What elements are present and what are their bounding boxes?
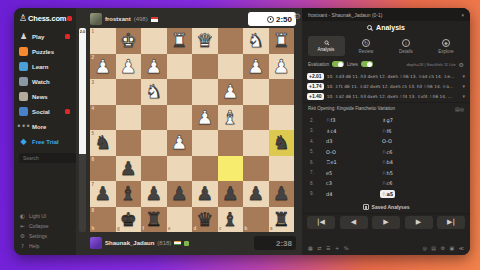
square-b4[interactable]: [243, 105, 269, 131]
square-c1[interactable]: [218, 28, 244, 54]
square-c7[interactable]: ♟: [218, 181, 244, 207]
square-e8[interactable]: e: [167, 207, 193, 233]
square-e7[interactable]: ♟: [167, 181, 193, 207]
move-row-7: 7.e5♘h5: [302, 168, 470, 179]
square-e5[interactable]: ♟: [167, 130, 193, 156]
panel-settings-icon[interactable]: ⚙: [441, 245, 445, 251]
square-b7[interactable]: ♟: [243, 181, 269, 207]
white-pawn-h2[interactable]: ♟: [90, 54, 116, 80]
sidebar-item-learn[interactable]: Learn: [19, 59, 72, 74]
search-input[interactable]: [19, 153, 77, 163]
square-f1[interactable]: [141, 28, 167, 54]
square-e4[interactable]: [167, 105, 193, 131]
sidebar-item-news[interactable]: News: [19, 89, 72, 104]
rank-label: 4: [92, 106, 95, 111]
sidebar: ♙ Chess.com ♟PlayPuzzlesLearnWatchNewsSo…: [14, 8, 76, 255]
square-d6[interactable]: [192, 156, 218, 182]
logo-text: Chess.com: [28, 14, 66, 23]
square-f4[interactable]: [141, 105, 167, 131]
eval-chart-icon[interactable]: ▦: [308, 245, 313, 251]
details-icon: i: [402, 39, 410, 47]
white-move[interactable]: ♖e1: [324, 159, 380, 165]
engine-line-3[interactable]: +1.4010. ♗a2 d6 11. h3 dxe5 12. dxe5 ♘f4…: [307, 91, 465, 101]
square-h4[interactable]: 4: [90, 105, 116, 131]
square-b2[interactable]: ♟: [243, 54, 269, 80]
settings-icon: ⚙: [19, 233, 26, 239]
notification-badge: [67, 16, 72, 21]
square-f8[interactable]: f♜: [141, 207, 167, 233]
eval-score: 2.0: [79, 29, 86, 34]
threats-icon[interactable]: ☰: [326, 245, 330, 251]
sidebar-item-play[interactable]: ♟Play: [19, 29, 72, 44]
play-icon: ♟: [19, 32, 28, 41]
sidebar-footer-light-ui[interactable]: ◐Light UI: [19, 211, 72, 221]
black-bishop-c8[interactable]: ♝: [218, 207, 244, 233]
last-move-button[interactable]: ▶|: [437, 216, 465, 229]
white-move[interactable]: d3: [324, 138, 380, 144]
white-pawn-e5[interactable]: ♟: [167, 130, 193, 156]
black-knight-h5[interactable]: ♞: [90, 130, 116, 156]
rank-label: 6: [92, 157, 95, 162]
openings-book-icon[interactable]: ▤: [431, 245, 436, 251]
white-move[interactable]: O-O: [324, 149, 380, 155]
square-a2[interactable]: ♟: [269, 54, 295, 80]
bottom-player-badge: [184, 241, 189, 246]
explore-icon: ◈: [442, 39, 450, 47]
save-disk-icon: [363, 204, 369, 210]
bottom-player-bar: Shaunak_Jadaun (818) 2:38: [90, 235, 296, 251]
black-bishop-g7[interactable]: ♝: [116, 181, 142, 207]
sidebar-item-free-trial[interactable]: ◆ Free Trial: [19, 134, 72, 149]
black-move[interactable]: ♘c6: [380, 149, 436, 155]
square-d2[interactable]: [192, 54, 218, 80]
engine-line-2[interactable]: +1.7410. ♗f1 d6 11. ♗d2 dxe5 12. dxe5 c5…: [307, 81, 465, 91]
black-knight-a5[interactable]: ♞: [269, 130, 295, 156]
move-row-4: 4.d3O-O: [302, 136, 470, 147]
eval-badge: +1.40: [307, 93, 324, 100]
rank-label: 8: [92, 208, 95, 213]
board-settings-gear-icon[interactable]: ⚙: [294, 12, 301, 21]
tab-explore[interactable]: ◈Explore: [428, 36, 465, 56]
top-player-avatar[interactable]: [90, 13, 102, 25]
white-pawn-f2[interactable]: ♟: [141, 54, 167, 80]
sidebar-item-puzzles[interactable]: Puzzles: [19, 44, 72, 59]
square-d5[interactable]: [192, 130, 218, 156]
file-label: b: [245, 226, 248, 231]
move-row-5: 5.O-O♘c6: [302, 147, 470, 158]
white-pawn-b2[interactable]: ♟: [243, 54, 269, 80]
watch-icon: [19, 77, 28, 86]
chesscom-logo[interactable]: ♙ Chess.com: [19, 13, 72, 23]
white-knight-b1[interactable]: ♞: [243, 28, 269, 54]
square-d3[interactable]: [192, 79, 218, 105]
chess-board[interactable]: 1♚♜♛♞♜2♟♟♟♟♟3♞♟4♟♝5♞♟♞6♟7♟♝♟♟♟♟♟♟8hg♚f♜e…: [90, 28, 294, 232]
collapse-icon: ⇤: [19, 223, 26, 229]
square-c3[interactable]: ♟: [218, 79, 244, 105]
black-queen-d8[interactable]: ♛: [192, 207, 218, 233]
square-g7[interactable]: ♝: [116, 181, 142, 207]
add-line-icon[interactable]: +: [335, 245, 339, 251]
black-pawn-a7[interactable]: ♟: [269, 181, 295, 207]
square-f5[interactable]: [141, 130, 167, 156]
square-d4[interactable]: ♟: [192, 105, 218, 131]
square-h8[interactable]: 8h: [90, 207, 116, 233]
square-a4[interactable]: [269, 105, 295, 131]
top-player-bar: frostxant (498) 2:50: [90, 11, 296, 27]
bottom-player-name: Shaunak_Jadaun: [105, 240, 154, 246]
pawn-logo-icon: ♙: [19, 13, 27, 23]
square-g8[interactable]: g♚: [116, 207, 142, 233]
square-a6[interactable]: [269, 156, 295, 182]
white-move[interactable]: e5: [324, 170, 380, 176]
black-king-g8[interactable]: ♚: [116, 207, 142, 233]
square-a7[interactable]: ♟: [269, 181, 295, 207]
white-move[interactable]: c3: [324, 180, 380, 186]
engine-options-icon[interactable]: %: [344, 245, 349, 251]
black-move[interactable]: ♘c6: [380, 180, 436, 186]
more-icon: •••: [19, 122, 28, 131]
white-pawn-d4[interactable]: ♟: [192, 105, 218, 131]
square-h2[interactable]: 2♟: [90, 54, 116, 80]
top-player-rating: (498): [134, 16, 148, 22]
bottom-player-clock: 2:38: [254, 236, 296, 250]
review-icon: ↻: [362, 39, 370, 47]
black-pawn-b7[interactable]: ♟: [243, 181, 269, 207]
square-e3[interactable]: [167, 79, 193, 105]
engine-line-1[interactable]: +2.0110. ♗d3 d6 11. h3 dxe5 12. dxe5 ♘h6…: [307, 71, 465, 81]
prev-move-button[interactable]: ◀: [340, 216, 368, 229]
square-e1[interactable]: ♜: [167, 28, 193, 54]
square-c2[interactable]: [218, 54, 244, 80]
saved-analyses-button[interactable]: Saved Analyses: [302, 200, 470, 213]
white-knight-f3[interactable]: ♞: [141, 79, 167, 105]
square-h6[interactable]: 6: [90, 156, 116, 182]
learn-icon: [19, 62, 28, 71]
tab-review[interactable]: ↻Review: [348, 36, 385, 56]
share-icon[interactable]: ≪: [459, 245, 464, 251]
move-row-3: 3.♗c4♘f6: [302, 126, 470, 137]
square-a5[interactable]: ♞: [269, 130, 295, 156]
black-move[interactable]: O-O: [380, 138, 436, 144]
eval-badge: +2.01: [307, 73, 324, 80]
top-player-name: frostxant: [105, 16, 131, 22]
white-move[interactable]: ♗c4: [324, 128, 380, 134]
square-b3[interactable]: [243, 79, 269, 105]
black-move[interactable]: ♘b4: [380, 159, 436, 165]
square-g3[interactable]: [116, 79, 142, 105]
opening-name: Réti Opening: Kingside Fianchetto Variat…: [308, 106, 452, 111]
square-e6[interactable]: [167, 156, 193, 182]
puzzles-icon: [19, 47, 28, 56]
lines-toggle[interactable]: [361, 61, 373, 68]
black-pawn-h7[interactable]: ♟: [90, 181, 116, 207]
analysis-panel: frostxant - Shaunak_Jadaun (0-1) ▾ Analy…: [302, 8, 470, 255]
engine-toggles-row: Evaluation Lines depth=18 | Stockfish 11…: [302, 58, 470, 70]
eval-badge: +1.74: [307, 83, 324, 90]
chevron-down-icon: ▾: [462, 73, 465, 79]
square-f6[interactable]: [141, 156, 167, 182]
sidebar-item-more[interactable]: •••More: [19, 119, 72, 134]
move-row-8: 8.c3♘c6: [302, 178, 470, 189]
square-f2[interactable]: ♟: [141, 54, 167, 80]
sidebar-item-watch[interactable]: Watch: [19, 74, 72, 89]
sidebar-footer-help[interactable]: ?Help: [19, 241, 72, 251]
square-b5[interactable]: [243, 130, 269, 156]
bottom-player-rating: (818): [157, 240, 171, 246]
red-badge: [65, 34, 70, 39]
light-ui-icon: ◐: [19, 213, 26, 219]
black-pawn-e7[interactable]: ♟: [167, 181, 193, 207]
magnifier-icon: [367, 25, 372, 30]
sidebar-footer-collapse[interactable]: ⇤Collapse: [19, 221, 72, 231]
engine-info: depth=18 | Stockfish 11 Lite: [407, 62, 456, 67]
black-rook-f8[interactable]: ♜: [141, 207, 167, 233]
move-row-2: 2.♘f3♗g7: [302, 115, 470, 126]
chevron-down-icon: ▾: [461, 12, 464, 18]
board-area: frostxant (498) 2:50 2.0 1♚♜♛♞♜2♟♟♟♟♟3♞♟…: [76, 8, 302, 255]
square-g2[interactable]: ♟: [116, 54, 142, 80]
square-f7[interactable]: ♟: [141, 181, 167, 207]
white-pawn-c3[interactable]: ♟: [218, 79, 244, 105]
india-flag: [174, 241, 181, 246]
square-h5[interactable]: 5♞: [90, 130, 116, 156]
square-g5[interactable]: [116, 130, 142, 156]
white-rook-a1[interactable]: ♜: [269, 28, 295, 54]
black-pawn-c7[interactable]: ♟: [218, 181, 244, 207]
white-king-g1[interactable]: ♚: [116, 28, 142, 54]
square-c6[interactable]: [218, 156, 244, 182]
first-move-button[interactable]: |◀: [307, 216, 335, 229]
evaluation-bar: 2.0: [79, 28, 86, 232]
square-b1[interactable]: ♞: [243, 28, 269, 54]
move-row-9: 9.d4♘a5: [302, 189, 470, 200]
white-queen-d1[interactable]: ♛: [192, 28, 218, 54]
square-a8[interactable]: a♜: [269, 207, 295, 233]
square-c5[interactable]: [218, 130, 244, 156]
square-d8[interactable]: d♛: [192, 207, 218, 233]
flip-board-icon[interactable]: ⇄: [317, 245, 321, 251]
tab-analysis[interactable]: Analysis: [308, 36, 345, 56]
black-pawn-f7[interactable]: ♟: [141, 181, 167, 207]
square-h3[interactable]: 3: [90, 79, 116, 105]
red-badge: [65, 109, 70, 114]
white-rook-e1[interactable]: ♜: [167, 28, 193, 54]
black-pawn-g6[interactable]: ♟: [116, 156, 142, 182]
game-select-dropdown[interactable]: frostxant - Shaunak_Jadaun (0-1) ▾: [302, 8, 470, 21]
square-d1[interactable]: ♛: [192, 28, 218, 54]
rank-label: 3: [92, 80, 95, 85]
square-g6[interactable]: ♟: [116, 156, 142, 182]
file-label: e: [168, 226, 171, 231]
sidebar-footer-settings[interactable]: ⚙Settings: [19, 231, 72, 241]
news-icon: [19, 92, 28, 101]
white-move[interactable]: d4: [324, 191, 380, 197]
square-d7[interactable]: ♟: [192, 181, 218, 207]
evaluation-toggle[interactable]: [332, 61, 344, 68]
black-move[interactable]: ♗g7: [380, 117, 436, 123]
clock-icon: [267, 16, 274, 23]
square-f3[interactable]: ♞: [141, 79, 167, 105]
opening-explorer-icon[interactable]: ◎: [460, 106, 464, 112]
square-b8[interactable]: b: [243, 207, 269, 233]
white-pawn-a2[interactable]: ♟: [269, 54, 295, 80]
chevron-down-icon: ▾: [462, 93, 465, 99]
square-h7[interactable]: 7♟: [90, 181, 116, 207]
help-icon: ?: [19, 243, 26, 249]
panel-title: Analysis: [302, 21, 470, 34]
play-button[interactable]: ▶: [372, 216, 400, 229]
square-c4[interactable]: ♝: [218, 105, 244, 131]
diamond-icon: ◆: [19, 137, 28, 146]
white-pawn-g2[interactable]: ♟: [116, 54, 142, 80]
square-c8[interactable]: c♝: [218, 207, 244, 233]
black-move[interactable]: ♘h5: [380, 170, 436, 176]
collection-icon[interactable]: ▣: [450, 245, 455, 251]
black-pawn-d7[interactable]: ♟: [192, 181, 218, 207]
chess-app-window: ♙ Chess.com ♟PlayPuzzlesLearnWatchNewsSo…: [14, 8, 470, 255]
sidebar-item-social[interactable]: Social: [19, 104, 72, 119]
square-e2[interactable]: [167, 54, 193, 80]
black-move[interactable]: ♘a5: [380, 191, 436, 197]
search-position-icon[interactable]: ◎: [422, 245, 426, 251]
file-label: h: [92, 226, 95, 231]
top-player-clock: 2:50: [248, 12, 296, 26]
square-g4[interactable]: [116, 105, 142, 131]
analysis-magnifier-icon: [324, 41, 328, 45]
square-g1[interactable]: ♚: [116, 28, 142, 54]
next-move-button[interactable]: ▶: [405, 216, 433, 229]
black-move[interactable]: ♘f6: [380, 128, 436, 134]
tab-details[interactable]: iDetails: [388, 36, 425, 56]
rank-label: 1: [92, 29, 95, 34]
square-b6[interactable]: [243, 156, 269, 182]
opening-name-row[interactable]: Réti Opening: Kingside Fianchetto Variat…: [302, 102, 470, 114]
white-bishop-c4[interactable]: ♝: [218, 105, 244, 131]
social-icon: [19, 107, 28, 116]
square-a1[interactable]: ♜: [269, 28, 295, 54]
move-row-6: 6.♖e1♘b4: [302, 157, 470, 168]
white-move[interactable]: ♘f3: [324, 117, 380, 123]
black-rook-a8[interactable]: ♜: [269, 207, 295, 233]
indonesia-flag: [151, 17, 158, 22]
bottom-player-avatar[interactable]: [90, 237, 102, 249]
square-h1[interactable]: 1: [90, 28, 116, 54]
engine-settings-gear-icon[interactable]: ⚙: [459, 61, 464, 68]
square-a3[interactable]: [269, 79, 295, 105]
chevron-down-icon: ▾: [462, 83, 465, 89]
